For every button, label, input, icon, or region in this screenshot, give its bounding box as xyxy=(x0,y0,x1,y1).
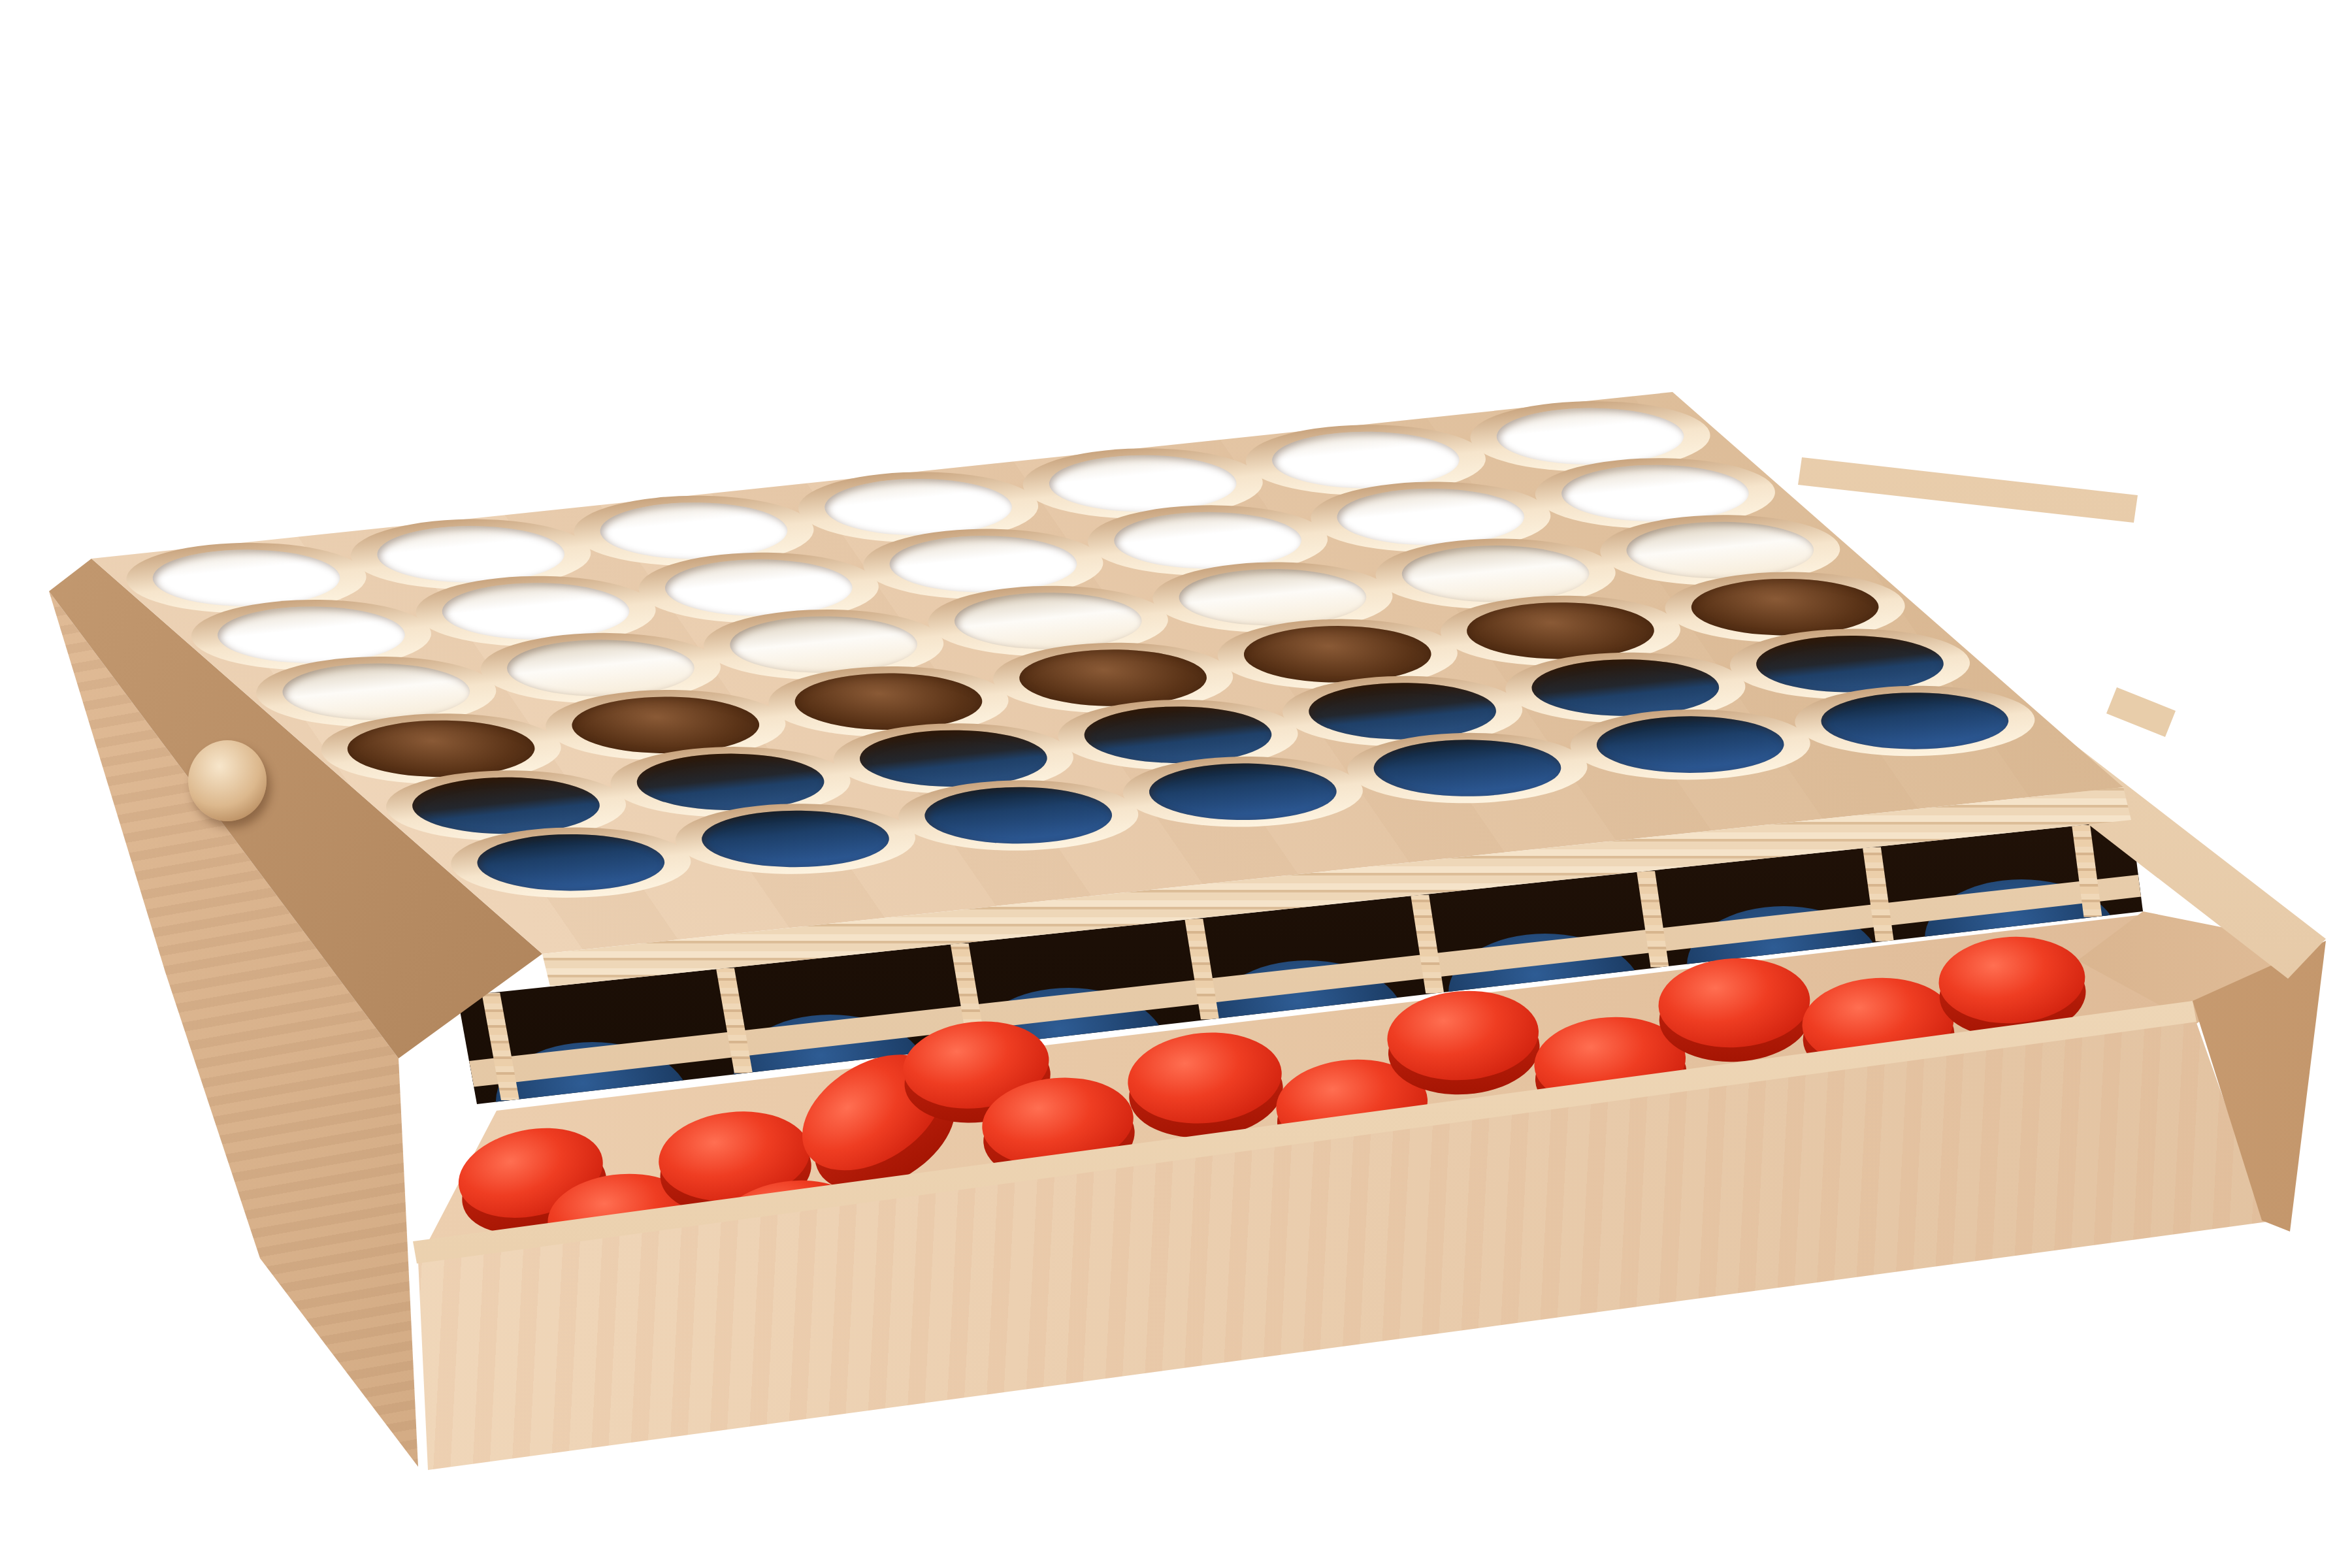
product-photo-connect-four-box xyxy=(0,0,2352,1568)
red-disc xyxy=(1384,986,1543,1100)
red-disc xyxy=(1124,1026,1286,1144)
red-disc xyxy=(1656,955,1813,1066)
latch-knob xyxy=(188,740,267,821)
